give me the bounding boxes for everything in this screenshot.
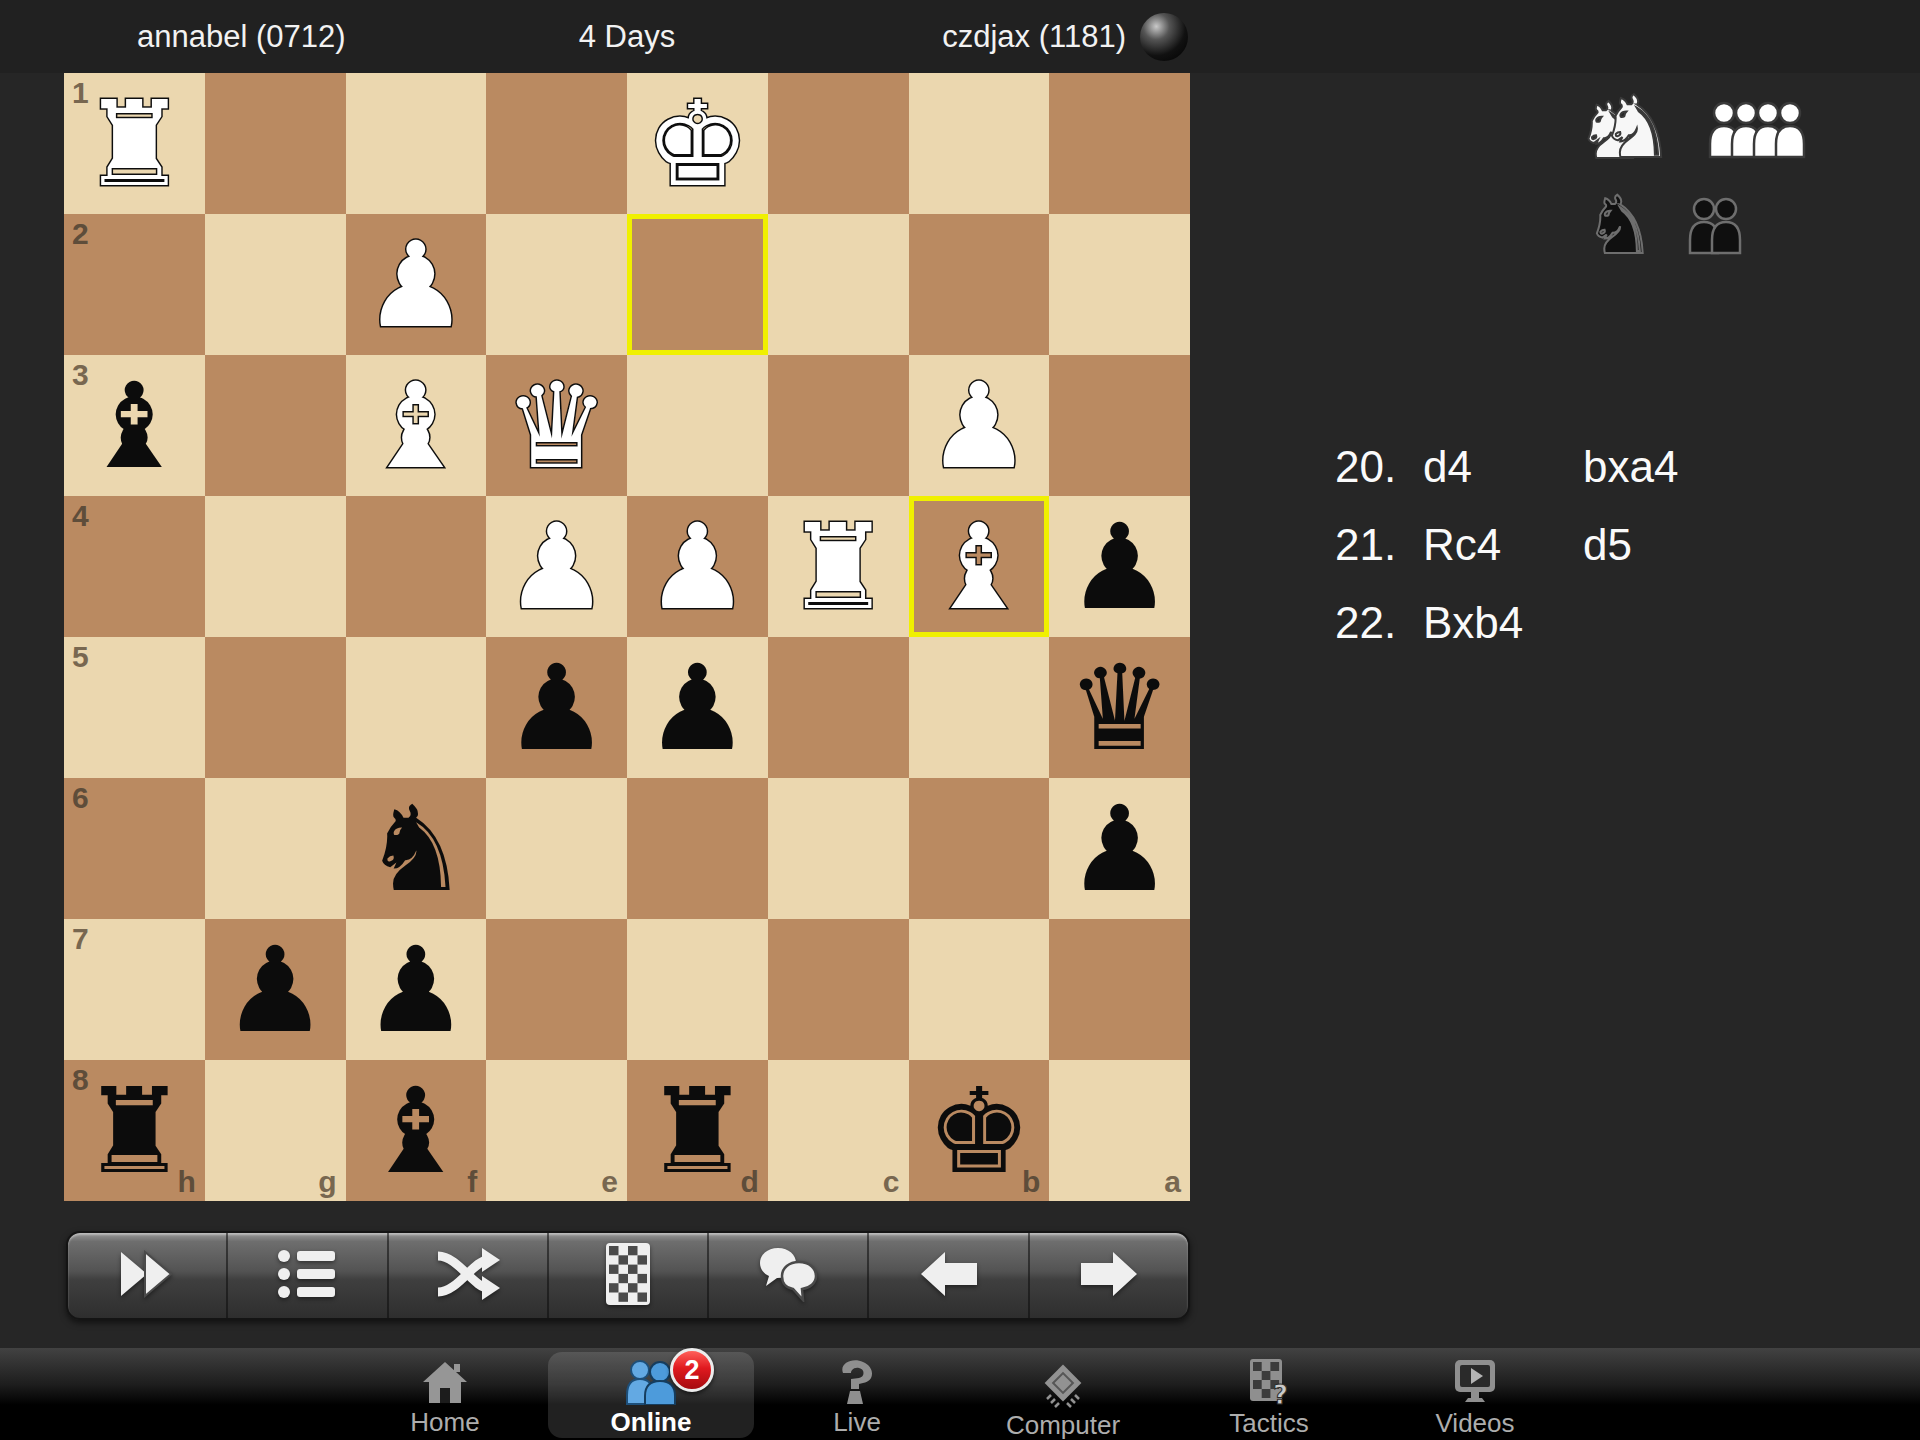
square-b1[interactable]: [909, 73, 1050, 214]
square-g5[interactable]: [205, 637, 346, 778]
square-c5[interactable]: [768, 637, 909, 778]
white-rook[interactable]: ♜: [768, 496, 909, 637]
square-c3[interactable]: [768, 355, 909, 496]
black-move: d5: [1583, 520, 1678, 570]
tab-label: Computer: [1006, 1410, 1120, 1440]
square-h4[interactable]: 4: [64, 496, 205, 637]
rank-label-6: 6: [72, 781, 89, 815]
online-icon: 2: [622, 1358, 680, 1405]
square-a2[interactable]: [1049, 214, 1190, 355]
square-d7[interactable]: [627, 919, 768, 1060]
black-players-group-icon: [1688, 196, 1754, 260]
tab-tactics[interactable]: ?Tactics: [1166, 1352, 1372, 1438]
chess-board[interactable]: 1♜♚2♟3♝♝♛♟4♟♟♜♝♟5♟♟♛6♞♟7♟♟8h♜gf♝ed♜cb♚a: [64, 73, 1190, 1201]
square-a4[interactable]: ♟: [1049, 496, 1190, 637]
top-bar: annabel (0712) 4 Days czdjax (1181): [0, 0, 1920, 73]
black-bishop[interactable]: ♝: [346, 1060, 487, 1201]
rank-label-7: 7: [72, 922, 89, 956]
move-list-icon: [277, 1249, 337, 1303]
fast-forward-button[interactable]: [68, 1233, 228, 1318]
file-label-f: f: [467, 1165, 477, 1199]
tab-label: Live: [833, 1407, 881, 1438]
square-a3[interactable]: [1049, 355, 1190, 496]
square-b2[interactable]: [909, 214, 1050, 355]
black-pawn[interactable]: ♟: [1049, 778, 1190, 919]
square-c1[interactable]: [768, 73, 909, 214]
square-g4[interactable]: [205, 496, 346, 637]
square-a8[interactable]: a: [1049, 1060, 1190, 1201]
move-row-2: 21.Rc4d5: [1335, 506, 1678, 584]
square-c4[interactable]: ♜: [768, 496, 909, 637]
tab-label: Online: [611, 1407, 692, 1438]
white-pawn[interactable]: ♟: [486, 496, 627, 637]
white-move: Bxb4: [1423, 598, 1583, 648]
square-h6[interactable]: 6: [64, 778, 205, 919]
square-c7[interactable]: [768, 919, 909, 1060]
square-b8[interactable]: b♚: [909, 1060, 1050, 1201]
square-b3[interactable]: ♟: [909, 355, 1050, 496]
back-icon: [919, 1250, 979, 1302]
svg-text:?: ?: [1273, 1380, 1288, 1406]
forward-icon: [1079, 1250, 1139, 1302]
white-king[interactable]: ♚: [627, 73, 768, 214]
black-pawn[interactable]: ♟: [486, 637, 627, 778]
square-c8[interactable]: c: [768, 1060, 909, 1201]
home-icon: [421, 1358, 469, 1405]
tab-videos[interactable]: Videos: [1372, 1352, 1578, 1438]
square-f7[interactable]: ♟: [346, 919, 487, 1060]
live-icon: [835, 1358, 879, 1405]
square-g7[interactable]: ♟: [205, 919, 346, 1060]
square-f4[interactable]: [346, 496, 487, 637]
black-pawn[interactable]: ♟: [346, 919, 487, 1060]
square-b4[interactable]: ♝: [909, 496, 1050, 637]
tactics-icon: ?: [1249, 1358, 1289, 1406]
square-a7[interactable]: [1049, 919, 1190, 1060]
square-f3[interactable]: ♝: [346, 355, 487, 496]
square-h5[interactable]: 5: [64, 637, 205, 778]
rank-label-2: 2: [72, 217, 89, 251]
black-pawn[interactable]: ♟: [1049, 496, 1190, 637]
move-list-button[interactable]: [228, 1233, 388, 1318]
black-move: bxa4: [1583, 442, 1678, 492]
white-pawn[interactable]: ♟: [627, 496, 768, 637]
white-players-group-icon: [1708, 100, 1818, 164]
tab-home[interactable]: Home: [342, 1352, 548, 1438]
square-e4[interactable]: ♟: [486, 496, 627, 637]
white-pawn[interactable]: ♟: [909, 355, 1050, 496]
square-g3[interactable]: [205, 355, 346, 496]
square-h1[interactable]: 1♜: [64, 73, 205, 214]
white-knight-pair-icon: ♞ ♞: [1576, 72, 1668, 164]
file-label-e: e: [601, 1165, 618, 1199]
square-a6[interactable]: ♟: [1049, 778, 1190, 919]
file-label-h: h: [177, 1165, 195, 1199]
fast-forward-icon: [115, 1250, 179, 1302]
square-f2[interactable]: ♟: [346, 214, 487, 355]
square-f1[interactable]: [346, 73, 487, 214]
square-c6[interactable]: [768, 778, 909, 919]
square-h8[interactable]: 8h♜: [64, 1060, 205, 1201]
back-button[interactable]: [869, 1233, 1029, 1318]
tab-strip: Home 2Online Live Computer ?Tactics Vide…: [342, 1348, 1578, 1440]
square-f8[interactable]: f♝: [346, 1060, 487, 1201]
file-label-a: a: [1164, 1165, 1181, 1199]
rank-label-3: 3: [72, 358, 89, 392]
square-h7[interactable]: 7: [64, 919, 205, 1060]
square-d8[interactable]: d♜: [627, 1060, 768, 1201]
square-h2[interactable]: 2: [64, 214, 205, 355]
square-g2[interactable]: [205, 214, 346, 355]
square-d5[interactable]: ♟: [627, 637, 768, 778]
square-e7[interactable]: [486, 919, 627, 1060]
square-a5[interactable]: ♛: [1049, 637, 1190, 778]
square-e3[interactable]: ♛: [486, 355, 627, 496]
square-b5[interactable]: [909, 637, 1050, 778]
square-a1[interactable]: [1049, 73, 1190, 214]
computer-icon: [1037, 1358, 1089, 1408]
square-c2[interactable]: [768, 214, 909, 355]
move-row-3: 22.Bxb4: [1335, 584, 1678, 662]
square-f6[interactable]: ♞: [346, 778, 487, 919]
square-h3[interactable]: 3♝: [64, 355, 205, 496]
unread-badge: 2: [670, 1348, 714, 1392]
forward-button[interactable]: [1030, 1233, 1188, 1318]
white-move: Rc4: [1423, 520, 1583, 570]
white-move: d4: [1423, 442, 1583, 492]
analysis-board-button[interactable]: [549, 1233, 709, 1318]
white-side-indicator: ♞ ♞: [1576, 72, 1818, 164]
tab-live[interactable]: Live: [754, 1352, 960, 1438]
black-knight-icon: ♞: [1584, 180, 1648, 260]
move-number: 20.: [1335, 442, 1423, 492]
file-label-b: b: [1022, 1165, 1040, 1199]
square-e8[interactable]: e: [486, 1060, 627, 1201]
black-player-name: czdjax (1181): [942, 19, 1126, 55]
move-row-1: 20.d4bxa4: [1335, 428, 1678, 506]
square-b7[interactable]: [909, 919, 1050, 1060]
white-queen[interactable]: ♛: [486, 355, 627, 496]
tab-label: Home: [410, 1407, 479, 1438]
rank-label-1: 1: [72, 76, 89, 110]
square-g6[interactable]: [205, 778, 346, 919]
move-number: 21.: [1335, 520, 1423, 570]
move-list: 20.d4bxa421.Rc4d522.Bxb4: [1335, 428, 1678, 662]
black-pawn[interactable]: ♟: [627, 637, 768, 778]
file-label-d: d: [740, 1165, 758, 1199]
chat-button[interactable]: [709, 1233, 869, 1318]
rank-label-4: 4: [72, 499, 89, 533]
white-bishop[interactable]: ♝: [909, 496, 1050, 637]
file-label-c: c: [883, 1165, 900, 1199]
square-e5[interactable]: ♟: [486, 637, 627, 778]
rank-label-8: 8: [72, 1063, 89, 1097]
shuffle-button[interactable]: [389, 1233, 549, 1318]
square-e2[interactable]: [486, 214, 627, 355]
square-g8[interactable]: g: [205, 1060, 346, 1201]
square-d6[interactable]: [627, 778, 768, 919]
square-d4[interactable]: ♟: [627, 496, 768, 637]
tab-computer[interactable]: Computer: [960, 1352, 1166, 1438]
square-f5[interactable]: [346, 637, 487, 778]
tab-online[interactable]: 2Online: [548, 1352, 754, 1438]
black-player-group: czdjax (1181): [942, 0, 1188, 73]
square-d1[interactable]: ♚: [627, 73, 768, 214]
square-e1[interactable]: [486, 73, 627, 214]
black-to-move-indicator-ball-icon: [1140, 13, 1188, 61]
chat-icon: [758, 1246, 818, 1306]
file-label-g: g: [318, 1165, 336, 1199]
shuffle-icon: [436, 1248, 500, 1304]
tab-label: Videos: [1435, 1408, 1514, 1439]
black-knight[interactable]: ♞: [346, 778, 487, 919]
bottom-tab-bar: Home 2Online Live Computer ?Tactics Vide…: [0, 1348, 1920, 1440]
move-number: 22.: [1335, 598, 1423, 648]
white-pawn[interactable]: ♟: [346, 214, 487, 355]
black-pawn[interactable]: ♟: [205, 919, 346, 1060]
analysis-board-icon: [605, 1242, 651, 1310]
black-side-indicator: ♞: [1584, 180, 1754, 260]
square-g1[interactable]: [205, 73, 346, 214]
tab-label: Tactics: [1229, 1408, 1308, 1439]
game-toolbar: [66, 1231, 1190, 1320]
black-queen[interactable]: ♛: [1049, 637, 1190, 778]
square-e6[interactable]: [486, 778, 627, 919]
square-b6[interactable]: [909, 778, 1050, 919]
white-bishop[interactable]: ♝: [346, 355, 487, 496]
videos-icon: [1452, 1358, 1498, 1406]
rank-label-5: 5: [72, 640, 89, 674]
square-d3[interactable]: [627, 355, 768, 496]
square-d2[interactable]: [627, 214, 768, 355]
